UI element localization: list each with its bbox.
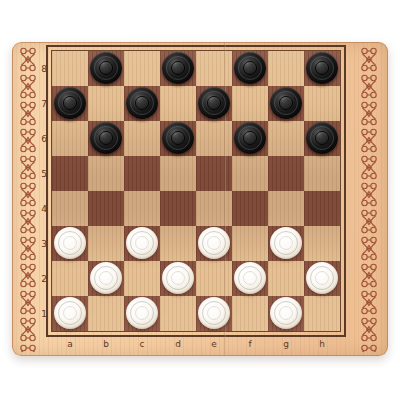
rank-label-2: 2 <box>39 261 49 296</box>
file-label-h: h <box>304 339 340 353</box>
square-d8[interactable] <box>160 51 196 86</box>
white-man-e1[interactable] <box>198 297 230 329</box>
square-h3[interactable] <box>304 226 340 261</box>
square-g1[interactable] <box>268 296 304 331</box>
white-man-a1[interactable] <box>54 297 86 329</box>
black-man-e7[interactable] <box>198 87 230 119</box>
square-d2[interactable] <box>160 261 196 296</box>
rank-label-6: 6 <box>39 121 49 156</box>
file-label-f: f <box>232 339 268 353</box>
rank-label-1: 1 <box>39 296 49 331</box>
black-man-d6[interactable] <box>162 122 194 154</box>
square-c8[interactable] <box>124 51 160 86</box>
rank-label-5: 5 <box>39 156 49 191</box>
square-b2[interactable] <box>88 261 124 296</box>
white-man-h2[interactable] <box>306 262 338 294</box>
square-e4[interactable] <box>196 191 232 226</box>
square-e2[interactable] <box>196 261 232 296</box>
carved-ornament-border-right <box>357 46 381 352</box>
square-a2[interactable] <box>52 261 88 296</box>
square-h8[interactable] <box>304 51 340 86</box>
square-b5[interactable] <box>88 156 124 191</box>
square-g2[interactable] <box>268 261 304 296</box>
square-a8[interactable] <box>52 51 88 86</box>
square-e8[interactable] <box>196 51 232 86</box>
square-a1[interactable] <box>52 296 88 331</box>
square-f5[interactable] <box>232 156 268 191</box>
square-a7[interactable] <box>52 86 88 121</box>
square-g6[interactable] <box>268 121 304 156</box>
black-man-c7[interactable] <box>126 87 158 119</box>
square-b1[interactable] <box>88 296 124 331</box>
square-h4[interactable] <box>304 191 340 226</box>
square-h1[interactable] <box>304 296 340 331</box>
white-man-g3[interactable] <box>270 227 302 259</box>
square-c1[interactable] <box>124 296 160 331</box>
square-g3[interactable] <box>268 226 304 261</box>
rank-label-8: 8 <box>39 51 49 86</box>
square-e3[interactable] <box>196 226 232 261</box>
square-d4[interactable] <box>160 191 196 226</box>
square-f1[interactable] <box>232 296 268 331</box>
white-man-d2[interactable] <box>162 262 194 294</box>
square-g4[interactable] <box>268 191 304 226</box>
square-e6[interactable] <box>196 121 232 156</box>
square-d6[interactable] <box>160 121 196 156</box>
file-label-c: c <box>124 339 160 353</box>
square-h2[interactable] <box>304 261 340 296</box>
square-h5[interactable] <box>304 156 340 191</box>
square-g7[interactable] <box>268 86 304 121</box>
square-d1[interactable] <box>160 296 196 331</box>
square-e1[interactable] <box>196 296 232 331</box>
file-label-b: b <box>88 339 124 353</box>
rank-label-7: 7 <box>39 86 49 121</box>
black-man-b8[interactable] <box>90 52 122 84</box>
square-d7[interactable] <box>160 86 196 121</box>
square-a3[interactable] <box>52 226 88 261</box>
wooden-board: 87654321 abcdefgh <box>12 42 388 356</box>
square-c7[interactable] <box>124 86 160 121</box>
file-label-g: g <box>268 339 304 353</box>
black-man-b6[interactable] <box>90 122 122 154</box>
white-man-a3[interactable] <box>54 227 86 259</box>
black-man-d8[interactable] <box>162 52 194 84</box>
square-b7[interactable] <box>88 86 124 121</box>
white-man-c1[interactable] <box>126 297 158 329</box>
square-c2[interactable] <box>124 261 160 296</box>
square-f2[interactable] <box>232 261 268 296</box>
white-man-f2[interactable] <box>234 262 266 294</box>
file-labels: abcdefgh <box>52 339 340 353</box>
square-f8[interactable] <box>232 51 268 86</box>
inner-border-line <box>51 50 341 332</box>
file-label-d: d <box>160 339 196 353</box>
square-b4[interactable] <box>88 191 124 226</box>
square-c6[interactable] <box>124 121 160 156</box>
file-label-e: e <box>196 339 232 353</box>
black-man-f6[interactable] <box>234 122 266 154</box>
square-h7[interactable] <box>304 86 340 121</box>
rank-label-4: 4 <box>39 191 49 226</box>
checkers-board-photo: 87654321 abcdefgh <box>0 0 400 400</box>
black-man-f8[interactable] <box>234 52 266 84</box>
white-man-b2[interactable] <box>90 262 122 294</box>
square-b8[interactable] <box>88 51 124 86</box>
square-b3[interactable] <box>88 226 124 261</box>
square-f4[interactable] <box>232 191 268 226</box>
rank-label-3: 3 <box>39 226 49 261</box>
square-h6[interactable] <box>304 121 340 156</box>
square-e5[interactable] <box>196 156 232 191</box>
black-man-h6[interactable] <box>306 122 338 154</box>
square-a6[interactable] <box>52 121 88 156</box>
square-f6[interactable] <box>232 121 268 156</box>
black-man-g7[interactable] <box>270 87 302 119</box>
carved-ornament-border-left <box>16 46 40 352</box>
white-man-c3[interactable] <box>126 227 158 259</box>
square-c4[interactable] <box>124 191 160 226</box>
board-grid-cells <box>52 51 340 331</box>
white-man-g1[interactable] <box>270 297 302 329</box>
square-g5[interactable] <box>268 156 304 191</box>
white-man-e3[interactable] <box>198 227 230 259</box>
square-f3[interactable] <box>232 226 268 261</box>
square-a5[interactable] <box>52 156 88 191</box>
square-b6[interactable] <box>88 121 124 156</box>
square-d3[interactable] <box>160 226 196 261</box>
square-f7[interactable] <box>232 86 268 121</box>
square-e7[interactable] <box>196 86 232 121</box>
black-man-h8[interactable] <box>306 52 338 84</box>
square-c5[interactable] <box>124 156 160 191</box>
file-label-a: a <box>52 339 88 353</box>
square-c3[interactable] <box>124 226 160 261</box>
square-d5[interactable] <box>160 156 196 191</box>
black-man-a7[interactable] <box>54 87 86 119</box>
square-g8[interactable] <box>268 51 304 86</box>
rank-labels: 87654321 <box>39 51 49 331</box>
playing-area <box>46 45 346 337</box>
square-a4[interactable] <box>52 191 88 226</box>
